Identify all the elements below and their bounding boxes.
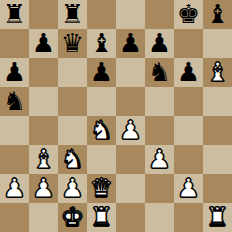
square-f3[interactable]: ♟ [145,145,174,174]
piece-white-pawn: ♟ [3,174,26,203]
square-d7[interactable]: ♝ [87,29,116,58]
square-e6[interactable] [116,58,145,87]
square-h8[interactable]: ♝ [203,0,232,29]
square-f6[interactable]: ♞ [145,58,174,87]
piece-black-pawn: ♟ [119,29,142,58]
square-f5[interactable] [145,87,174,116]
piece-black-bishop: ♝ [206,0,229,29]
square-a8[interactable]: ♜ [0,0,29,29]
square-e4[interactable]: ♟ [116,116,145,145]
square-f4[interactable] [145,116,174,145]
square-d1[interactable]: ♜ [87,203,116,232]
piece-black-pawn: ♟ [32,29,55,58]
square-c2[interactable]: ♟ [58,174,87,203]
piece-black-bishop: ♝ [90,29,113,58]
square-h3[interactable] [203,145,232,174]
square-d4[interactable]: ♞ [87,116,116,145]
piece-black-rook: ♜ [61,0,84,29]
square-h1[interactable]: ♜ [203,203,232,232]
piece-white-pawn: ♟ [32,174,55,203]
square-g5[interactable] [174,87,203,116]
square-g8[interactable]: ♚ [174,0,203,29]
square-f7[interactable]: ♟ [145,29,174,58]
square-g2[interactable]: ♟ [174,174,203,203]
piece-white-king: ♚ [61,203,84,232]
square-g1[interactable] [174,203,203,232]
square-e3[interactable] [116,145,145,174]
square-c4[interactable] [58,116,87,145]
square-c8[interactable]: ♜ [58,0,87,29]
piece-black-pawn: ♟ [148,29,171,58]
square-g4[interactable] [174,116,203,145]
square-f2[interactable] [145,174,174,203]
square-b3[interactable]: ♝ [29,145,58,174]
square-a1[interactable] [0,203,29,232]
square-f1[interactable] [145,203,174,232]
square-d3[interactable] [87,145,116,174]
chess-board: ♜♜♚♝♟♛♝♟♟♟♟♞♟♝♞♞♟♝♞♟♟♟♟♛♟♚♜♜ [0,0,232,232]
piece-white-bishop: ♝ [206,58,229,87]
piece-white-bishop: ♝ [32,145,55,174]
piece-black-pawn: ♟ [90,58,113,87]
square-e5[interactable] [116,87,145,116]
square-b7[interactable]: ♟ [29,29,58,58]
piece-black-queen: ♛ [61,29,84,58]
square-a6[interactable]: ♟ [0,58,29,87]
square-b1[interactable] [29,203,58,232]
square-d2[interactable]: ♛ [87,174,116,203]
square-c3[interactable]: ♞ [58,145,87,174]
square-h2[interactable] [203,174,232,203]
square-b4[interactable] [29,116,58,145]
piece-white-queen: ♛ [90,174,113,203]
piece-black-pawn: ♟ [3,58,26,87]
piece-black-king: ♚ [177,0,200,29]
square-e7[interactable]: ♟ [116,29,145,58]
square-f8[interactable] [145,0,174,29]
piece-white-rook: ♜ [90,203,113,232]
square-a4[interactable] [0,116,29,145]
square-h6[interactable]: ♝ [203,58,232,87]
square-a7[interactable] [0,29,29,58]
square-b8[interactable] [29,0,58,29]
square-d6[interactable]: ♟ [87,58,116,87]
piece-white-knight: ♞ [61,145,84,174]
piece-black-pawn: ♟ [177,58,200,87]
square-c7[interactable]: ♛ [58,29,87,58]
piece-white-pawn: ♟ [61,174,84,203]
square-e8[interactable] [116,0,145,29]
square-e1[interactable] [116,203,145,232]
square-e2[interactable] [116,174,145,203]
piece-white-rook: ♜ [206,203,229,232]
piece-white-pawn: ♟ [119,116,142,145]
square-b6[interactable] [29,58,58,87]
square-g3[interactable] [174,145,203,174]
square-d5[interactable] [87,87,116,116]
piece-white-knight: ♞ [90,116,113,145]
piece-black-knight: ♞ [3,87,26,116]
piece-black-rook: ♜ [3,0,26,29]
square-h5[interactable] [203,87,232,116]
square-b2[interactable]: ♟ [29,174,58,203]
piece-white-pawn: ♟ [177,174,200,203]
square-b5[interactable] [29,87,58,116]
piece-white-pawn: ♟ [148,145,171,174]
square-h7[interactable] [203,29,232,58]
piece-black-knight: ♞ [148,58,171,87]
square-a2[interactable]: ♟ [0,174,29,203]
square-d8[interactable] [87,0,116,29]
square-c1[interactable]: ♚ [58,203,87,232]
square-g6[interactable]: ♟ [174,58,203,87]
square-a5[interactable]: ♞ [0,87,29,116]
square-g7[interactable] [174,29,203,58]
square-h4[interactable] [203,116,232,145]
square-a3[interactable] [0,145,29,174]
square-c6[interactable] [58,58,87,87]
square-c5[interactable] [58,87,87,116]
